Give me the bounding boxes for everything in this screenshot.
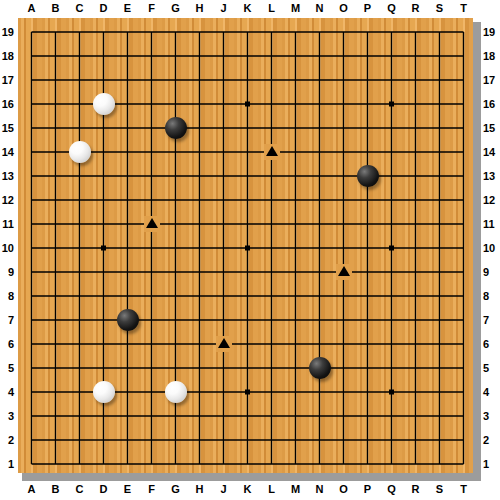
stone-black [165,117,187,139]
stone-black [357,165,379,187]
stone-white [69,141,91,163]
go-diagram: AABBCCDDEEFFGGHHJJKKLLMMNNOOPPQQRRSSTT19… [0,0,500,500]
stone-white [93,93,115,115]
triangle-mark [266,146,278,156]
pieces-layer [0,0,500,500]
stone-black [309,357,331,379]
stone-black [117,309,139,331]
triangle-mark [218,338,230,348]
triangle-mark [338,266,350,276]
stone-white [93,381,115,403]
stone-white [165,381,187,403]
triangle-mark [146,218,158,228]
